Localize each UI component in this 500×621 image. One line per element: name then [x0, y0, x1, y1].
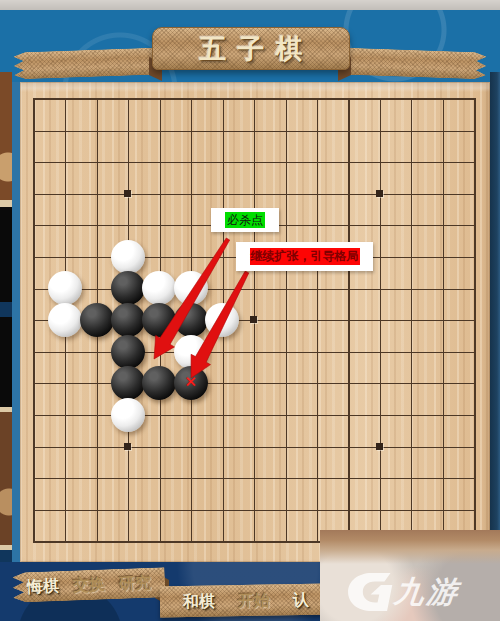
toolbar-ribbon-right: 和棋 开始 认: [160, 584, 333, 618]
stone-white: [111, 240, 145, 274]
swap-button[interactable]: 交换: [73, 576, 106, 593]
stone-black: [111, 335, 145, 369]
sidebar-thumbnail[interactable]: [0, 412, 12, 545]
kill-point-text: 必杀点: [225, 212, 265, 228]
stone-white: [174, 335, 208, 369]
stone-black: [111, 271, 145, 305]
sidebar-divider: [0, 545, 12, 550]
window-top-strip: [0, 0, 500, 10]
banner-ribbon-tail: [14, 47, 161, 79]
stone-black: [111, 303, 145, 337]
stone-black: [111, 366, 145, 400]
stone-black: [142, 366, 176, 400]
sidebar-divider: [0, 200, 12, 207]
stones-layer: ✕: [18, 83, 490, 557]
board-right-margin: [490, 72, 500, 532]
stone-white: [111, 398, 145, 432]
stone-black: [142, 303, 176, 337]
strategy-label: 继续扩张，引导格局: [236, 242, 373, 271]
title-banner: 五子棋: [152, 27, 350, 70]
gomoku-app-window: 五子棋 ✕ 必杀点 继续扩张，引导格局 悔棋 交换 研究 和棋 开始 认 九游: [0, 0, 500, 621]
stone-white: [48, 303, 82, 337]
gomoku-board[interactable]: ✕: [20, 82, 490, 562]
sidebar-thumbnail[interactable]: [0, 72, 12, 200]
toolbar-ribbon-left: 悔棋 交换 研究: [13, 567, 166, 602]
stone-white: [142, 271, 176, 305]
resign-button[interactable]: 认: [293, 591, 309, 607]
page-title: 五子棋: [189, 31, 314, 67]
9game-g-icon: [342, 572, 394, 612]
stone-white: [205, 303, 239, 337]
stone-black: [80, 303, 114, 337]
start-button[interactable]: 开始: [238, 592, 270, 609]
stone-black: [174, 303, 208, 337]
strategy-text: 继续扩张，引导格局: [250, 248, 360, 265]
last-move-marker: ✕: [185, 375, 198, 390]
stone-black: ✕: [174, 366, 208, 400]
banner-ribbon-tail: [340, 47, 487, 79]
watermark-text: 九游: [392, 577, 461, 607]
undo-button[interactable]: 悔棋: [27, 578, 60, 595]
study-button[interactable]: 研究: [119, 575, 152, 592]
draw-button[interactable]: 和棋: [183, 593, 215, 610]
watermark-blur-overlay: 九游: [320, 530, 500, 621]
stone-white: [48, 271, 82, 305]
9game-logo: 九游: [342, 572, 460, 612]
sidebar-thumbnail[interactable]: [0, 317, 12, 407]
stone-white: [174, 271, 208, 305]
sidebar-thumbnail[interactable]: [0, 207, 12, 302]
kill-point-label: 必杀点: [211, 208, 279, 232]
